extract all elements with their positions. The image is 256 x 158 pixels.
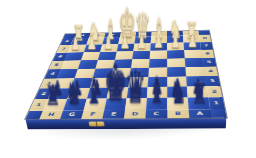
- white-pawn[interactable]: ♟: [67, 35, 84, 52]
- rank-label: 6: [202, 52, 214, 55]
- rank-label-cell: 7: [200, 42, 213, 50]
- square[interactable]: ♝: [146, 98, 167, 110]
- clasp-seam: [96, 122, 98, 127]
- rank-label: 5: [50, 63, 63, 66]
- blue-knight[interactable]: ♞: [167, 77, 188, 109]
- white-pawn[interactable]: ♟: [133, 34, 150, 51]
- blue-queen[interactable]: ♛: [125, 64, 146, 110]
- blue-bishop[interactable]: ♝: [83, 75, 104, 110]
- file-label-cell: D: [124, 110, 146, 119]
- file-label-cell: B: [167, 110, 189, 119]
- rank-label-cell: 1: [208, 97, 224, 109]
- square[interactable]: ♟: [167, 43, 184, 51]
- rank-label-cell: 4: [204, 67, 218, 77]
- blue-knight[interactable]: ♞: [63, 79, 84, 110]
- rank-label: 1: [209, 101, 224, 105]
- file-label: E: [103, 112, 125, 117]
- file-label: H: [40, 112, 62, 117]
- blue-king[interactable]: ♚: [104, 59, 125, 110]
- file-label: F: [82, 112, 104, 117]
- white-pawn[interactable]: ♟: [117, 34, 134, 51]
- rank-label: 5: [203, 60, 216, 63]
- brass-clasp-icon: [88, 122, 104, 127]
- photo-canvas: HGFEDCBA8♜♞♝♚♛♝♞♜87♟♟♟♟♟♟♟♟7665544332♟♟♟…: [0, 0, 256, 158]
- file-label-cell: C: [145, 110, 167, 119]
- square[interactable]: ♟: [133, 43, 150, 51]
- blue-rook[interactable]: ♜: [43, 83, 64, 111]
- square[interactable]: ♟: [184, 42, 202, 50]
- file-label-cell: E: [102, 110, 125, 119]
- square[interactable]: [149, 59, 167, 68]
- file-label: C: [146, 112, 168, 117]
- square[interactable]: [167, 58, 185, 67]
- white-pawn[interactable]: ♟: [100, 34, 117, 51]
- white-pawn[interactable]: ♟: [150, 33, 167, 50]
- file-label: D: [124, 112, 146, 117]
- rank-label: 7: [200, 44, 212, 47]
- square[interactable]: ♞: [167, 98, 188, 110]
- file-label: G: [61, 112, 83, 117]
- rank-label-cell: 5: [202, 58, 216, 67]
- rank-label-cell: 6: [201, 50, 214, 58]
- chess-board: HGFEDCBA8♜♞♝♚♛♝♞♜87♟♟♟♟♟♟♟♟7665544332♟♟♟…: [26, 30, 227, 119]
- file-label-cell: A: [189, 109, 212, 118]
- square[interactable]: ♟: [100, 44, 118, 52]
- white-pawn[interactable]: ♟: [167, 33, 184, 51]
- square[interactable]: ♟: [117, 44, 135, 52]
- square[interactable]: [184, 50, 202, 59]
- square[interactable]: ♜: [188, 97, 211, 109]
- file-label: B: [167, 111, 189, 116]
- rank-label: 4: [204, 69, 217, 73]
- file-label-cell: G: [60, 110, 83, 119]
- file-label: A: [189, 111, 211, 116]
- blue-rook[interactable]: ♜: [189, 81, 210, 110]
- square[interactable]: [185, 58, 204, 67]
- board-front-edge: [26, 118, 227, 130]
- square[interactable]: ♚: [104, 98, 127, 110]
- square[interactable]: [60, 60, 80, 69]
- file-label-cell: F: [81, 110, 104, 119]
- white-pawn[interactable]: ♟: [184, 32, 201, 50]
- square[interactable]: ♟: [150, 43, 167, 51]
- rank-label-cell: 5: [49, 61, 64, 70]
- frame-corner: [210, 109, 226, 118]
- blue-bishop[interactable]: ♝: [146, 74, 167, 110]
- white-pawn[interactable]: ♟: [84, 35, 101, 52]
- square[interactable]: ♛: [125, 98, 147, 110]
